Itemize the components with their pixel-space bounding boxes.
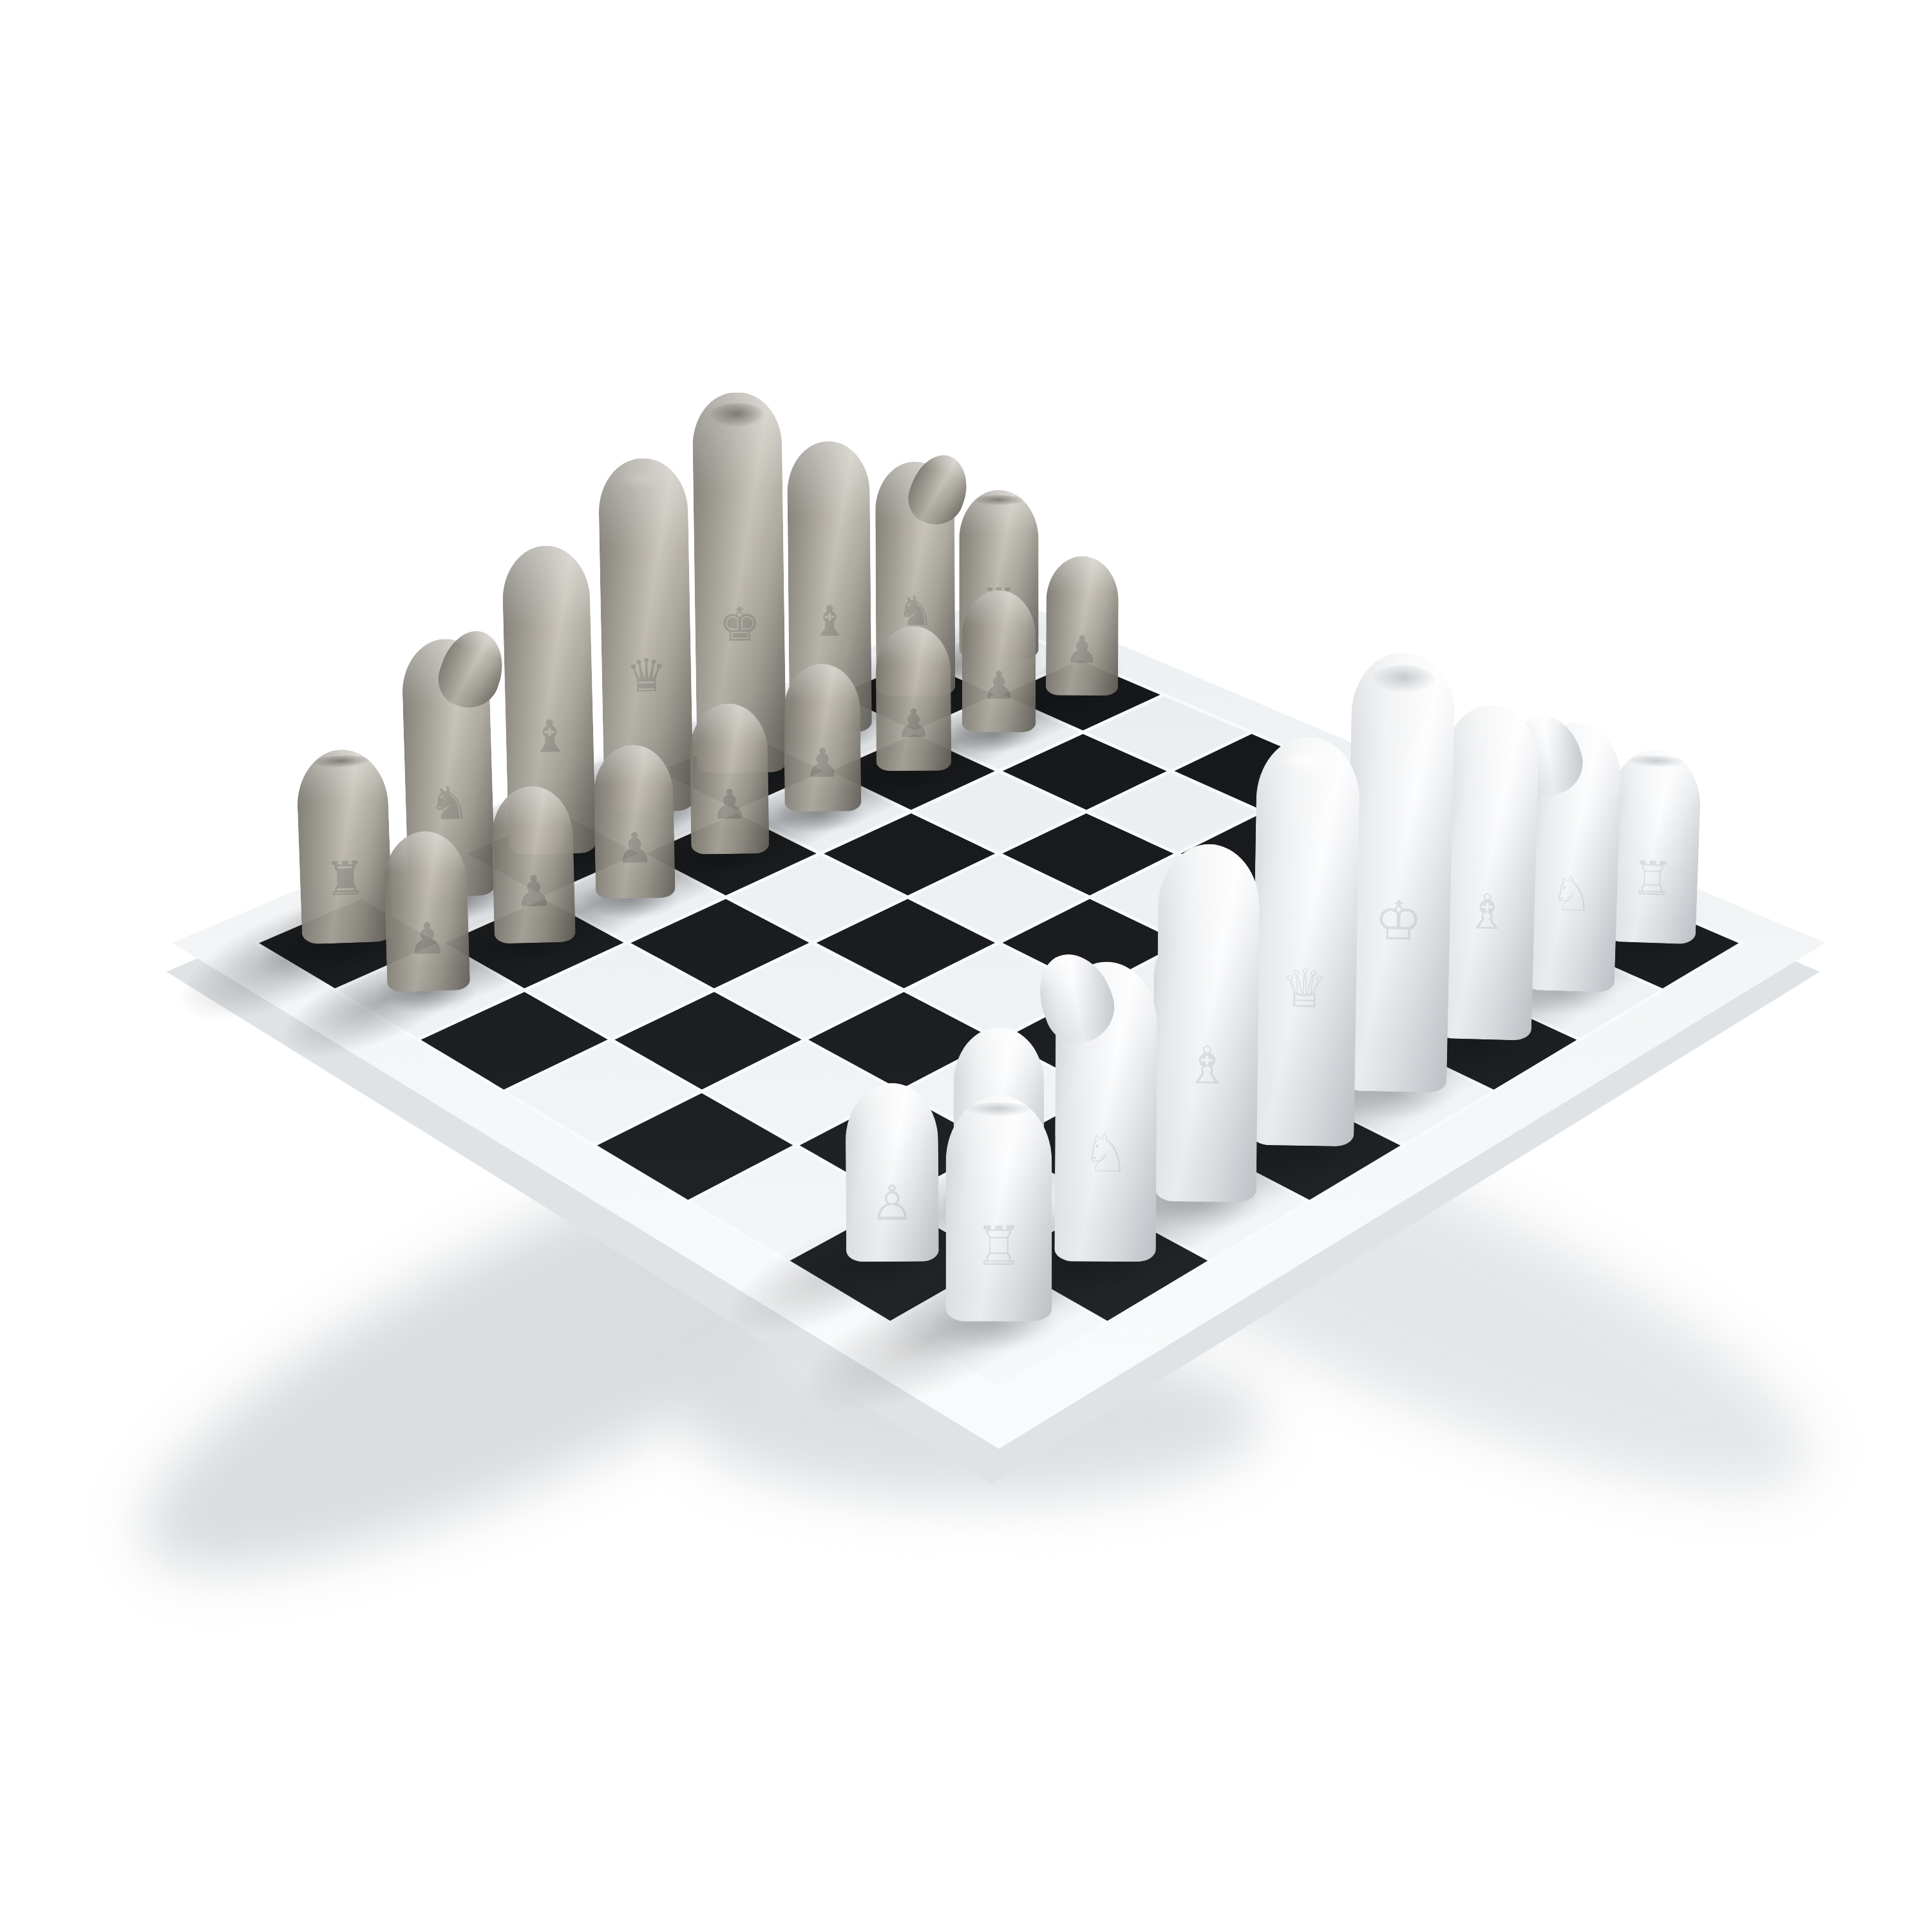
piece-black-pawn-a7[interactable]: ♟ — [383, 829, 471, 991]
piece-white-rook-a1[interactable]: ♖ — [946, 1096, 1052, 1322]
piece-glyph: ♟ — [785, 745, 862, 786]
piece-glyph: ♟ — [1045, 632, 1117, 670]
piece-glyph: ♕ — [1253, 961, 1358, 1015]
piece-white-queen-d1[interactable]: ♕ — [1251, 736, 1361, 1146]
piece-black-pawn-e7[interactable]: ♟ — [784, 664, 862, 811]
piece-glyph: ♟ — [492, 871, 574, 916]
piece-glyph: ♟ — [594, 828, 674, 871]
piece-glyph: ♟ — [691, 786, 770, 828]
piece-glyph: ♞ — [876, 589, 955, 631]
piece-glyph: ♟ — [875, 706, 951, 746]
chess-set-3d-render: ♜♞♝♛♚♝♞♜♟♟♟♟♟♟♟♟♙♙♙♙♙♙♙♙♖♘♗♕♔♗♘♖ — [0, 0, 1932, 1932]
piece-glyph: ♜ — [300, 854, 392, 904]
piece-glyph: ♝ — [788, 601, 871, 643]
piece-glyph: ♗ — [1157, 1041, 1258, 1094]
piece-glyph: ♚ — [694, 600, 784, 647]
piece-glyph: ♛ — [601, 652, 692, 699]
piece-black-pawn-c7[interactable]: ♟ — [592, 744, 674, 898]
piece-glyph: ♙ — [846, 1180, 939, 1229]
piece-glyph: ♟ — [386, 917, 471, 963]
piece-glyph: ♖ — [1605, 854, 1698, 904]
piece-black-rook-a8[interactable]: ♜ — [296, 748, 394, 945]
piece-white-king-e1[interactable]: ♔ — [1343, 652, 1455, 1092]
piece-black-pawn-f7[interactable]: ♟ — [875, 627, 950, 771]
piece-glyph: ♘ — [1525, 868, 1617, 918]
piece-glyph: ♞ — [406, 780, 494, 828]
chess-board — [0, 0, 1932, 1932]
piece-black-pawn-d7[interactable]: ♟ — [690, 703, 770, 855]
piece-black-pawn-g7[interactable]: ♟ — [962, 591, 1036, 732]
piece-glyph: ♘ — [1055, 1126, 1157, 1179]
piece-black-pawn-b7[interactable]: ♟ — [490, 786, 575, 943]
piece-white-pawn-a2[interactable]: ♙ — [846, 1083, 939, 1261]
piece-glyph: ♟ — [962, 668, 1036, 707]
piece-glyph: ♔ — [1347, 893, 1451, 949]
piece-black-pawn-h7[interactable]: ♟ — [1045, 556, 1118, 695]
piece-glyph: ♝ — [506, 714, 594, 761]
piece-glyph: ♗ — [1439, 888, 1535, 939]
piece-glyph: ♖ — [946, 1221, 1052, 1275]
piece-white-knight-b1[interactable]: ♘ — [1054, 961, 1157, 1261]
piece-white-bishop-c1[interactable]: ♗ — [1155, 844, 1260, 1202]
